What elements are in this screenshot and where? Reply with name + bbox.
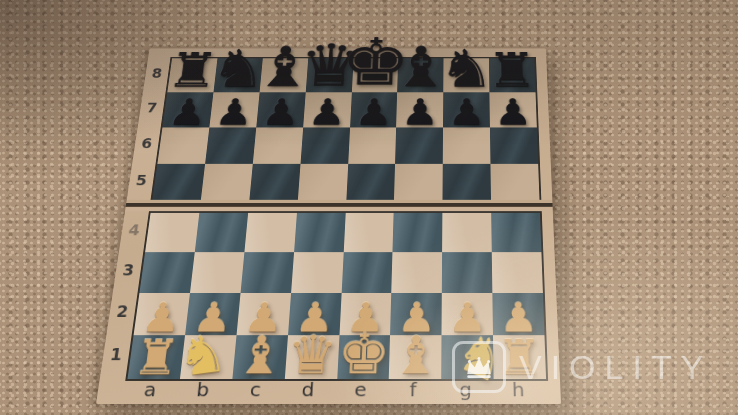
- square-e3[interactable]: [341, 252, 393, 293]
- square-h5[interactable]: [491, 164, 540, 202]
- white-rook-h1[interactable]: ♜: [496, 333, 543, 382]
- square-c1[interactable]: ♝: [232, 335, 288, 379]
- square-a4[interactable]: [145, 213, 199, 252]
- square-c4[interactable]: [244, 213, 296, 252]
- square-c3[interactable]: [240, 252, 293, 293]
- square-d1[interactable]: ♛: [284, 335, 339, 379]
- square-e1[interactable]: ♚: [337, 335, 391, 379]
- square-e4[interactable]: [343, 213, 394, 252]
- white-king-e1[interactable]: ♚: [336, 326, 391, 382]
- board-hinge-fold: [125, 200, 553, 211]
- square-g4[interactable]: [442, 213, 492, 252]
- square-g3[interactable]: [442, 252, 492, 293]
- square-h3[interactable]: [492, 252, 543, 293]
- square-b3[interactable]: [190, 252, 244, 293]
- square-c6[interactable]: [253, 127, 303, 163]
- rank-label-7: 7: [141, 100, 162, 115]
- square-g1[interactable]: ♞: [441, 335, 493, 379]
- square-g5[interactable]: [443, 164, 491, 202]
- square-e7[interactable]: ♟: [350, 92, 398, 127]
- white-bishop-f1[interactable]: ♝: [390, 330, 440, 382]
- square-g7[interactable]: ♟: [443, 92, 490, 127]
- square-b6[interactable]: [205, 127, 256, 163]
- square-a7[interactable]: ♟: [162, 92, 213, 127]
- rank-label-3: 3: [117, 262, 140, 279]
- square-f6[interactable]: [395, 127, 443, 163]
- square-b4[interactable]: [195, 213, 248, 252]
- square-f8[interactable]: ♝: [397, 58, 443, 92]
- square-a6[interactable]: [157, 127, 209, 163]
- square-e6[interactable]: [348, 127, 397, 163]
- square-b1[interactable]: ♞: [180, 335, 236, 379]
- square-c7[interactable]: ♟: [256, 92, 305, 127]
- black-pawn-e7[interactable]: ♟: [354, 94, 393, 130]
- black-pawn-c7[interactable]: ♟: [260, 94, 301, 130]
- square-f1[interactable]: ♝: [389, 335, 442, 379]
- square-h4[interactable]: [491, 213, 541, 252]
- square-f4[interactable]: [393, 213, 443, 252]
- board-top-half: ♜♞♝♛♚♝♞♜♟♟♟♟♟♟♟♟: [150, 57, 541, 203]
- black-pawn-d7[interactable]: ♟: [307, 94, 347, 130]
- square-d6[interactable]: [300, 127, 349, 163]
- square-d4[interactable]: [294, 213, 346, 252]
- square-g6[interactable]: [443, 127, 491, 163]
- black-pawn-g7[interactable]: ♟: [448, 94, 486, 130]
- square-d7[interactable]: ♟: [303, 92, 352, 127]
- square-a5[interactable]: [152, 164, 205, 202]
- square-b7[interactable]: ♟: [209, 92, 259, 127]
- square-h1[interactable]: ♜: [493, 335, 546, 379]
- square-f3[interactable]: [392, 252, 443, 293]
- rank-label-8: 8: [146, 66, 167, 80]
- square-a3[interactable]: [139, 252, 194, 293]
- square-h7[interactable]: ♟: [490, 92, 537, 127]
- chess-board-scene: ♜♞♝♛♚♝♞♜♟♟♟♟♟♟♟♟ ♟♟♟♟♟♟♟♟♜♞♝♛♚♝♞♜ 876543…: [96, 0, 561, 404]
- square-h6[interactable]: [490, 127, 538, 163]
- square-f5[interactable]: [394, 164, 443, 202]
- chess-board: ♜♞♝♛♚♝♞♜♟♟♟♟♟♟♟♟ ♟♟♟♟♟♟♟♟♜♞♝♛♚♝♞♜ 876543…: [96, 48, 561, 404]
- rank-label-1: 1: [104, 345, 128, 364]
- square-e5[interactable]: [346, 164, 396, 202]
- black-pawn-f7[interactable]: ♟: [401, 94, 439, 130]
- white-rook-a1[interactable]: ♜: [130, 333, 182, 382]
- black-rook-h8[interactable]: ♜: [486, 47, 538, 95]
- square-d3[interactable]: [291, 252, 344, 293]
- square-d5[interactable]: [297, 164, 347, 202]
- square-g8[interactable]: ♞: [443, 58, 489, 92]
- black-pawn-h7[interactable]: ♟: [494, 94, 533, 130]
- board-bottom-half: ♟♟♟♟♟♟♟♟♜♞♝♛♚♝♞♜: [125, 211, 548, 381]
- white-knight-b1[interactable]: ♞: [177, 326, 229, 385]
- square-b5[interactable]: [201, 164, 253, 202]
- square-c5[interactable]: [249, 164, 300, 202]
- rank-label-5: 5: [130, 172, 152, 188]
- square-f7[interactable]: ♟: [396, 92, 443, 127]
- black-pawn-a7[interactable]: ♟: [166, 94, 208, 130]
- square-h8[interactable]: ♜: [489, 58, 536, 92]
- white-bishop-c1[interactable]: ♝: [233, 330, 287, 382]
- black-pawn-b7[interactable]: ♟: [213, 94, 255, 130]
- rank-label-2: 2: [110, 303, 134, 321]
- white-queen-d1[interactable]: ♛: [285, 329, 338, 382]
- rank-label-6: 6: [136, 136, 158, 151]
- rank-label-4: 4: [123, 222, 146, 239]
